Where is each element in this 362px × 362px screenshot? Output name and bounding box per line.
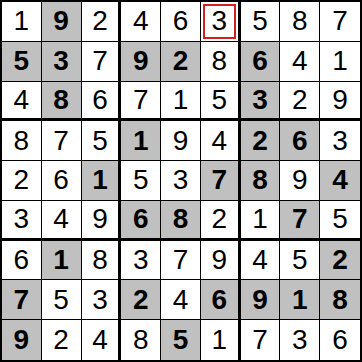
cell-r4c5[interactable]: 9: [161, 121, 201, 161]
cell-r4c3[interactable]: 5: [82, 121, 122, 161]
cell-r2c4[interactable]: 9: [121, 42, 161, 82]
cell-r2c5[interactable]: 2: [161, 42, 201, 82]
cell-r4c6[interactable]: 4: [201, 121, 241, 161]
cell-r5c2[interactable]: 6: [42, 161, 82, 201]
cell-r4c2[interactable]: 7: [42, 121, 82, 161]
cell-r8c2[interactable]: 5: [42, 280, 82, 320]
cell-r3c2[interactable]: 8: [42, 82, 82, 122]
cell-r3c6[interactable]: 5: [201, 82, 241, 122]
cell-r7c8[interactable]: 5: [280, 241, 320, 281]
cell-r5c7[interactable]: 8: [241, 161, 281, 201]
cell-r1c1[interactable]: 1: [2, 2, 42, 42]
cell-r6c1[interactable]: 3: [2, 201, 42, 241]
cell-r9c5[interactable]: 5: [161, 320, 201, 360]
cell-r5c5[interactable]: 3: [161, 161, 201, 201]
cell-r2c2[interactable]: 3: [42, 42, 82, 82]
cell-r1c5[interactable]: 6: [161, 2, 201, 42]
cell-r5c9[interactable]: 4: [320, 161, 360, 201]
cell-r9c1[interactable]: 9: [2, 320, 42, 360]
cell-r8c5[interactable]: 4: [161, 280, 201, 320]
cell-r9c8[interactable]: 3: [280, 320, 320, 360]
cell-r3c1[interactable]: 4: [2, 82, 42, 122]
cell-r1c4[interactable]: 4: [121, 2, 161, 42]
cell-r1c6[interactable]: 3: [201, 2, 241, 42]
cell-r8c4[interactable]: 2: [121, 280, 161, 320]
cell-r6c5[interactable]: 8: [161, 201, 201, 241]
cell-r3c8[interactable]: 2: [280, 82, 320, 122]
cell-r3c3[interactable]: 6: [82, 82, 122, 122]
cell-r4c8[interactable]: 6: [280, 121, 320, 161]
cell-r2c1[interactable]: 5: [2, 42, 42, 82]
cell-r5c3[interactable]: 1: [82, 161, 122, 201]
cell-r9c2[interactable]: 2: [42, 320, 82, 360]
cell-r4c7[interactable]: 2: [241, 121, 281, 161]
cell-r3c9[interactable]: 9: [320, 82, 360, 122]
cell-r7c7[interactable]: 4: [241, 241, 281, 281]
cell-r2c3[interactable]: 7: [82, 42, 122, 82]
cell-r1c7[interactable]: 5: [241, 2, 281, 42]
cell-r1c2[interactable]: 9: [42, 2, 82, 42]
cell-r4c1[interactable]: 8: [2, 121, 42, 161]
cell-r6c4[interactable]: 6: [121, 201, 161, 241]
cell-r3c5[interactable]: 1: [161, 82, 201, 122]
cell-r9c6[interactable]: 1: [201, 320, 241, 360]
cell-r1c8[interactable]: 8: [280, 2, 320, 42]
cell-r7c9[interactable]: 2: [320, 241, 360, 281]
cell-r8c6[interactable]: 6: [201, 280, 241, 320]
cell-r8c7[interactable]: 9: [241, 280, 281, 320]
cell-r7c4[interactable]: 3: [121, 241, 161, 281]
cell-r7c5[interactable]: 7: [161, 241, 201, 281]
sudoku-board: 1924635875379286414867153298751942632615…: [0, 0, 362, 362]
cell-r8c9[interactable]: 8: [320, 280, 360, 320]
cell-r7c2[interactable]: 1: [42, 241, 82, 281]
cell-r2c6[interactable]: 8: [201, 42, 241, 82]
cell-r2c8[interactable]: 4: [280, 42, 320, 82]
cell-r3c4[interactable]: 7: [121, 82, 161, 122]
cell-r6c7[interactable]: 1: [241, 201, 281, 241]
cell-r4c9[interactable]: 3: [320, 121, 360, 161]
cell-r8c1[interactable]: 7: [2, 280, 42, 320]
cell-r2c7[interactable]: 6: [241, 42, 281, 82]
cell-r6c8[interactable]: 7: [280, 201, 320, 241]
cell-r7c6[interactable]: 9: [201, 241, 241, 281]
cell-r6c3[interactable]: 9: [82, 201, 122, 241]
cell-r6c6[interactable]: 2: [201, 201, 241, 241]
cell-r2c9[interactable]: 1: [320, 42, 360, 82]
cell-r6c2[interactable]: 4: [42, 201, 82, 241]
cell-r6c9[interactable]: 5: [320, 201, 360, 241]
cell-r8c3[interactable]: 3: [82, 280, 122, 320]
cell-r5c8[interactable]: 9: [280, 161, 320, 201]
cell-r8c8[interactable]: 1: [280, 280, 320, 320]
cell-r3c7[interactable]: 3: [241, 82, 281, 122]
cell-r9c3[interactable]: 4: [82, 320, 122, 360]
cell-r7c3[interactable]: 8: [82, 241, 122, 281]
cell-r1c9[interactable]: 7: [320, 2, 360, 42]
cell-r9c7[interactable]: 7: [241, 320, 281, 360]
cell-r1c3[interactable]: 2: [82, 2, 122, 42]
cell-r5c4[interactable]: 5: [121, 161, 161, 201]
cell-r5c6[interactable]: 7: [201, 161, 241, 201]
cell-r9c9[interactable]: 6: [320, 320, 360, 360]
cell-r4c4[interactable]: 1: [121, 121, 161, 161]
cell-r5c1[interactable]: 2: [2, 161, 42, 201]
cell-r7c1[interactable]: 6: [2, 241, 42, 281]
cell-r9c4[interactable]: 8: [121, 320, 161, 360]
